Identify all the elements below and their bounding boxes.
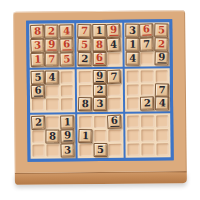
tile-digit: 3	[64, 145, 71, 155]
tile-digit: 2	[35, 118, 42, 128]
cell-r8c6[interactable]	[109, 130, 122, 142]
play-area: 8243961757195842636517249546972837242189…	[26, 19, 173, 162]
number-tile-8: 8	[78, 97, 93, 111]
tile-digit: 7	[143, 39, 150, 49]
tile-digit: 7	[110, 71, 117, 81]
cell-r8c4[interactable]: 1	[80, 130, 93, 142]
number-tile-1: 1	[60, 115, 75, 129]
cell-r6c1[interactable]	[32, 99, 45, 111]
number-tile-4: 4	[45, 70, 60, 84]
number-tile-6: 6	[31, 84, 46, 99]
cell-r3c7[interactable]: 4	[126, 52, 139, 64]
tile-digit: 7	[81, 26, 88, 36]
number-tile-6: 6	[139, 23, 154, 37]
number-tile-3: 3	[30, 38, 45, 53]
cell-r2c1[interactable]: 3	[31, 39, 44, 51]
tile-digit: 1	[64, 118, 71, 128]
board-edge	[15, 171, 187, 185]
tile-digit: 3	[97, 99, 104, 109]
cell-r5c4[interactable]	[79, 85, 92, 97]
sudoku-board: 8243961757195842636517249546972837242189…	[13, 10, 187, 185]
tile-digit: 4	[129, 53, 136, 63]
sudoku-box-4: 546	[30, 69, 76, 113]
sudoku-box-5: 97283	[77, 68, 123, 112]
cell-r6c5[interactable]: 3	[94, 98, 107, 110]
cell-r5c5[interactable]: 2	[94, 84, 107, 96]
tile-digit: 3	[129, 26, 136, 36]
tile-digit: 7	[49, 54, 56, 64]
tile-digit: 6	[95, 53, 104, 64]
tile-digit: 8	[82, 99, 89, 109]
number-tile-1: 1	[30, 52, 45, 67]
tile-digit: 5	[97, 145, 104, 155]
cell-r6c3[interactable]	[61, 99, 74, 111]
cell-r3c4[interactable]: 2	[79, 53, 92, 65]
number-tile-9: 9	[92, 70, 107, 84]
cell-r1c1[interactable]: 8	[31, 26, 44, 38]
cell-r6c4[interactable]: 8	[79, 99, 92, 111]
tile-digit: 6	[62, 40, 71, 51]
cell-r9c3[interactable]: 3	[61, 144, 74, 156]
sudoku-box-3: 36517249	[124, 22, 170, 66]
tile-digit: 4	[63, 26, 70, 36]
number-tile-5: 5	[59, 52, 74, 66]
cell-r7c1[interactable]: 2	[32, 117, 45, 129]
number-tile-2: 2	[140, 97, 155, 111]
cell-r2c5[interactable]: 8	[93, 39, 106, 51]
tile-digit: 1	[82, 131, 89, 141]
tile-digit: 5	[81, 40, 88, 50]
number-tile-5: 5	[154, 23, 169, 37]
number-tile-6: 6	[107, 115, 122, 130]
cell-r9c2[interactable]	[47, 145, 60, 157]
cell-r5c1[interactable]: 6	[32, 85, 45, 97]
cell-r4c7[interactable]	[126, 70, 139, 82]
sudoku-box-9	[125, 114, 171, 158]
tile-digit: 6	[142, 25, 151, 36]
number-tile-1: 1	[92, 24, 107, 38]
tile-digit: 2	[82, 54, 89, 64]
cell-r5c9[interactable]: 7	[155, 84, 168, 96]
number-tile-9: 9	[60, 129, 75, 143]
number-tile-2: 2	[93, 83, 108, 97]
cell-r9c9[interactable]	[156, 143, 169, 155]
cell-r7c5[interactable]	[94, 116, 107, 128]
cell-r3c9[interactable]: 9	[155, 52, 168, 64]
number-tile-2: 2	[31, 116, 46, 131]
tile-digit: 8	[34, 26, 41, 36]
photo-background: 8243961757195842636517249546972837242189…	[0, 0, 200, 200]
cell-r1c5[interactable]: 1	[93, 25, 106, 37]
cell-r6c8[interactable]: 2	[141, 98, 154, 110]
cell-r3c1[interactable]: 1	[32, 53, 45, 65]
cell-r8c5[interactable]	[94, 130, 107, 142]
cell-r2c9[interactable]: 2	[155, 38, 168, 50]
number-tile-8: 8	[92, 38, 107, 52]
number-tile-1: 1	[79, 129, 94, 143]
cell-r3c2[interactable]: 7	[46, 53, 59, 65]
number-tile-2: 2	[45, 24, 60, 38]
number-tile-7: 7	[154, 83, 169, 97]
cell-r1c3[interactable]: 4	[60, 25, 73, 37]
cell-r6c2[interactable]	[46, 99, 59, 111]
cell-r8c7[interactable]	[127, 130, 140, 142]
cell-r3c5[interactable]: 6	[93, 53, 106, 65]
number-tile-2: 2	[78, 52, 93, 66]
tile-digit: 9	[63, 131, 72, 142]
tile-digit: 4	[49, 72, 56, 82]
cell-r4c4[interactable]	[79, 71, 92, 83]
tile-digit: 9	[95, 71, 104, 82]
sudoku-box-8: 615	[78, 114, 124, 158]
cell-r3c8[interactable]	[141, 52, 154, 64]
number-tile-3: 3	[93, 97, 108, 111]
tile-digit: 5	[34, 72, 41, 82]
cell-r4c3[interactable]	[61, 71, 74, 83]
tile-digit: 5	[157, 25, 164, 35]
number-tile-9: 9	[154, 51, 169, 65]
number-tile-8: 8	[46, 130, 61, 144]
cell-r8c3[interactable]: 9	[61, 130, 74, 142]
cell-r5c6[interactable]	[108, 84, 121, 96]
cell-r9c4[interactable]	[80, 144, 93, 156]
number-tile-6: 6	[59, 38, 74, 52]
tile-digit: 1	[96, 26, 103, 36]
cell-r7c6[interactable]: 6	[108, 116, 121, 128]
tile-digit: 7	[158, 85, 165, 95]
cell-r2c8[interactable]: 7	[140, 38, 153, 50]
sudoku-box-2: 71958426	[77, 23, 123, 67]
tile-digit: 2	[96, 85, 103, 95]
number-tile-8: 8	[30, 24, 45, 39]
cell-r4c9[interactable]	[155, 70, 168, 82]
board-frame: 8243961757195842636517249546972837242189…	[13, 10, 187, 173]
number-tile-7: 7	[139, 37, 154, 51]
cell-r1c4[interactable]: 7	[79, 25, 92, 37]
tile-digit: 4	[110, 40, 117, 50]
cell-r1c2[interactable]: 2	[46, 25, 59, 37]
number-tile-6: 6	[92, 52, 107, 66]
tile-digit: 6	[110, 116, 119, 127]
sudoku-box-6: 724	[124, 68, 170, 112]
number-tile-5: 5	[78, 38, 93, 52]
cell-r2c6[interactable]: 4	[108, 39, 121, 51]
number-tile-5: 5	[30, 70, 45, 85]
cell-r4c2[interactable]: 4	[46, 71, 59, 83]
number-tile-2: 2	[154, 37, 169, 51]
cell-r4c5[interactable]: 9	[93, 71, 106, 83]
cell-r7c4[interactable]	[80, 116, 93, 128]
tile-digit: 9	[48, 40, 57, 51]
tile-digit: 8	[50, 132, 57, 142]
cell-r2c7[interactable]: 1	[126, 38, 139, 50]
tile-digit: 6	[33, 85, 42, 96]
cell-r5c2[interactable]	[46, 85, 59, 97]
tile-digit: 4	[158, 99, 165, 109]
number-tile-9: 9	[45, 38, 60, 52]
tile-digit: 8	[96, 40, 103, 50]
cell-r8c1[interactable]	[32, 131, 45, 143]
tile-digit: 9	[109, 25, 118, 36]
cell-r5c7[interactable]	[127, 84, 140, 96]
tile-digit: 2	[144, 99, 151, 109]
tile-digit: 3	[34, 40, 41, 50]
cell-r6c9[interactable]: 4	[156, 98, 169, 110]
cell-r5c8[interactable]	[141, 84, 154, 96]
cell-r2c3[interactable]: 6	[60, 39, 73, 51]
cell-r7c9[interactable]	[156, 116, 169, 128]
sudoku-grid: 8243961757195842636517249546972837242189…	[29, 22, 170, 158]
cell-r9c6[interactable]	[109, 144, 122, 156]
number-tile-3: 3	[60, 143, 75, 157]
cell-r6c6[interactable]	[108, 98, 121, 110]
number-tile-3: 3	[125, 24, 140, 38]
tile-digit: 2	[48, 26, 55, 36]
cell-r7c8[interactable]	[141, 116, 154, 128]
cell-r7c7[interactable]	[127, 116, 140, 128]
cell-r2c2[interactable]: 9	[46, 39, 59, 51]
cell-r2c4[interactable]: 5	[79, 39, 92, 51]
tile-digit: 5	[63, 54, 70, 64]
tile-digit: 9	[157, 52, 166, 63]
cell-r1c6[interactable]: 9	[107, 25, 120, 37]
cell-r8c2[interactable]: 8	[47, 131, 60, 143]
number-tile-4: 4	[106, 37, 121, 52]
cell-r7c2[interactable]	[47, 117, 60, 129]
number-tile-7: 7	[107, 69, 122, 84]
cell-r8c8[interactable]	[141, 130, 154, 142]
number-tile-1: 1	[125, 37, 140, 51]
number-tile-7: 7	[77, 24, 92, 38]
sudoku-box-1: 824396175	[29, 23, 75, 67]
cell-r4c1[interactable]: 5	[32, 71, 45, 83]
number-tile-4: 4	[125, 51, 140, 65]
number-tile-7: 7	[45, 52, 60, 66]
cell-r7c3[interactable]: 1	[61, 117, 74, 129]
cell-r9c7[interactable]	[127, 144, 140, 156]
number-tile-4: 4	[59, 24, 74, 38]
tile-digit: 1	[129, 39, 136, 49]
cell-r3c3[interactable]: 5	[60, 53, 73, 65]
cell-r3c6[interactable]	[108, 53, 121, 65]
number-tile-9: 9	[106, 24, 121, 39]
tile-digit: 2	[158, 39, 165, 49]
cell-r8c9[interactable]	[156, 130, 169, 142]
cell-r6c7[interactable]	[127, 98, 140, 110]
cell-r9c8[interactable]	[142, 144, 155, 156]
cell-r9c1[interactable]	[32, 145, 45, 157]
cell-r5c3[interactable]	[61, 85, 74, 97]
cell-r9c5[interactable]: 5	[94, 144, 107, 156]
tile-digit: 1	[34, 54, 41, 64]
sudoku-box-7: 21893	[30, 115, 76, 159]
cell-r1c8[interactable]: 6	[140, 24, 153, 36]
number-tile-4: 4	[154, 97, 169, 111]
cell-r4c6[interactable]: 7	[108, 70, 121, 82]
cell-r1c7[interactable]: 3	[126, 25, 139, 37]
cell-r1c9[interactable]: 5	[155, 24, 168, 36]
cell-r4c8[interactable]	[141, 70, 154, 82]
number-tile-5: 5	[93, 143, 108, 157]
